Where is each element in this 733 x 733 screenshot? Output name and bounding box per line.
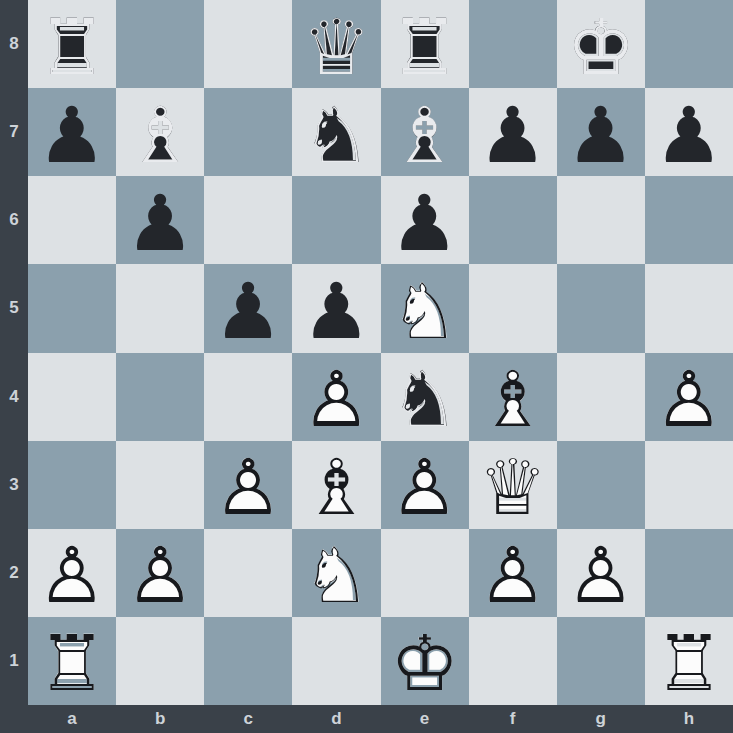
piece-glyph: ♛: [292, 3, 380, 91]
square-e7[interactable]: ♝♗: [381, 88, 469, 176]
square-b8[interactable]: [116, 0, 204, 88]
square-c4[interactable]: [204, 353, 292, 441]
square-f6[interactable]: [469, 176, 557, 264]
file-label-h: h: [645, 705, 733, 733]
square-c3[interactable]: ♟♙: [204, 441, 292, 529]
square-c7[interactable]: [204, 88, 292, 176]
piece-black-pawn: ♟: [469, 88, 557, 176]
piece-black-rook: ♜♖: [28, 0, 116, 88]
square-h5[interactable]: [645, 264, 733, 352]
piece-glyph: ♟: [116, 532, 204, 620]
file-labels: abcdefgh: [28, 705, 733, 733]
piece-glyph: ♟: [557, 91, 645, 179]
piece-outline: ♙: [28, 532, 116, 620]
piece-outline: ♗: [381, 91, 469, 179]
square-b3[interactable]: [116, 441, 204, 529]
piece-outline: ♙: [381, 444, 469, 532]
square-b4[interactable]: [116, 353, 204, 441]
piece-glyph: ♚: [381, 620, 469, 708]
piece-outline: ♘: [381, 356, 469, 444]
piece-glyph: ♟: [557, 532, 645, 620]
piece-glyph: ♚: [557, 3, 645, 91]
piece-white-pawn: ♟♙: [28, 529, 116, 617]
piece-glyph: ♟: [469, 532, 557, 620]
square-e2[interactable]: [381, 529, 469, 617]
piece-outline: ♕: [292, 3, 380, 91]
piece-outline: ♖: [645, 620, 733, 708]
square-h1[interactable]: ♜♖: [645, 617, 733, 705]
piece-glyph: ♟: [28, 91, 116, 179]
piece-glyph: ♟: [381, 444, 469, 532]
piece-glyph: ♟: [204, 444, 292, 532]
piece-outline: ♕: [469, 444, 557, 532]
piece-white-king: ♚♔: [381, 617, 469, 705]
square-a8[interactable]: ♜♖: [28, 0, 116, 88]
piece-glyph: ♝: [381, 91, 469, 179]
piece-outline: ♘: [292, 91, 380, 179]
piece-white-knight: ♞♘: [381, 264, 469, 352]
piece-white-pawn: ♟♙: [469, 529, 557, 617]
rank-label-5: 5: [0, 264, 28, 352]
square-f1[interactable]: [469, 617, 557, 705]
square-d4[interactable]: ♟♙: [292, 353, 380, 441]
piece-glyph: ♟: [381, 179, 469, 267]
square-e5[interactable]: ♞♘: [381, 264, 469, 352]
rank-labels: 87654321: [0, 0, 28, 705]
piece-glyph: ♜: [645, 620, 733, 708]
piece-glyph: ♛: [469, 444, 557, 532]
piece-outline: ♙: [292, 356, 380, 444]
piece-glyph: ♟: [292, 356, 380, 444]
square-e3[interactable]: ♟♙: [381, 441, 469, 529]
piece-glyph: ♝: [116, 91, 204, 179]
piece-white-pawn: ♟♙: [116, 529, 204, 617]
piece-outline: ♘: [292, 532, 380, 620]
square-d8[interactable]: ♛♕: [292, 0, 380, 88]
square-e1[interactable]: ♚♔: [381, 617, 469, 705]
piece-outline: ♗: [292, 444, 380, 532]
file-label-d: d: [292, 705, 380, 733]
file-label-a: a: [28, 705, 116, 733]
piece-glyph: ♞: [381, 267, 469, 355]
piece-outline: ♖: [28, 620, 116, 708]
piece-outline: ♗: [116, 91, 204, 179]
file-label-g: g: [557, 705, 645, 733]
piece-black-pawn: ♟: [381, 176, 469, 264]
square-d3[interactable]: ♝♗: [292, 441, 380, 529]
piece-black-king: ♚♔: [557, 0, 645, 88]
piece-glyph: ♟: [645, 91, 733, 179]
piece-white-knight: ♞♘: [292, 529, 380, 617]
square-h4[interactable]: ♟♙: [645, 353, 733, 441]
square-b7[interactable]: ♝♗: [116, 88, 204, 176]
piece-white-queen: ♛♕: [469, 441, 557, 529]
square-c8[interactable]: [204, 0, 292, 88]
square-g8[interactable]: ♚♔: [557, 0, 645, 88]
square-d1[interactable]: [292, 617, 380, 705]
piece-white-bishop: ♝♗: [469, 353, 557, 441]
file-label-e: e: [381, 705, 469, 733]
piece-black-bishop: ♝♗: [116, 88, 204, 176]
piece-outline: ♔: [381, 620, 469, 708]
piece-glyph: ♟: [645, 356, 733, 444]
piece-glyph: ♝: [469, 356, 557, 444]
square-g3[interactable]: [557, 441, 645, 529]
chess-diagram: 87654321 ♜♖♛♕♜♖♚♔♟♝♗♞♘♝♗♟♟♟♟♟♟♟♞♘♟♙♞♘♝♗♟…: [0, 0, 733, 733]
square-c5[interactable]: ♟: [204, 264, 292, 352]
square-g5[interactable]: [557, 264, 645, 352]
square-d7[interactable]: ♞♘: [292, 88, 380, 176]
square-a6[interactable]: [28, 176, 116, 264]
piece-outline: ♗: [469, 356, 557, 444]
piece-black-queen: ♛♕: [292, 0, 380, 88]
square-f3[interactable]: ♛♕: [469, 441, 557, 529]
piece-outline: ♙: [557, 532, 645, 620]
piece-white-bishop: ♝♗: [292, 441, 380, 529]
square-d6[interactable]: [292, 176, 380, 264]
rank-label-7: 7: [0, 88, 28, 176]
piece-glyph: ♟: [28, 532, 116, 620]
piece-outline: ♙: [116, 532, 204, 620]
square-g4[interactable]: [557, 353, 645, 441]
square-c1[interactable]: [204, 617, 292, 705]
piece-black-pawn: ♟: [557, 88, 645, 176]
piece-outline: ♖: [381, 3, 469, 91]
piece-white-pawn: ♟♙: [645, 353, 733, 441]
square-c2[interactable]: [204, 529, 292, 617]
square-g2[interactable]: ♟♙: [557, 529, 645, 617]
square-g7[interactable]: ♟: [557, 88, 645, 176]
rank-label-1: 1: [0, 617, 28, 705]
piece-white-rook: ♜♖: [645, 617, 733, 705]
square-h2[interactable]: [645, 529, 733, 617]
rank-label-4: 4: [0, 353, 28, 441]
piece-outline: ♔: [557, 3, 645, 91]
rank-label-8: 8: [0, 0, 28, 88]
file-label-b: b: [116, 705, 204, 733]
piece-outline: ♙: [469, 532, 557, 620]
piece-glyph: ♟: [116, 179, 204, 267]
square-f5[interactable]: [469, 264, 557, 352]
square-f7[interactable]: ♟: [469, 88, 557, 176]
piece-black-pawn: ♟: [645, 88, 733, 176]
piece-white-pawn: ♟♙: [292, 353, 380, 441]
chess-board: ♜♖♛♕♜♖♚♔♟♝♗♞♘♝♗♟♟♟♟♟♟♟♞♘♟♙♞♘♝♗♟♙♟♙♝♗♟♙♛♕…: [28, 0, 733, 705]
piece-black-knight: ♞♘: [381, 353, 469, 441]
piece-black-pawn: ♟: [204, 264, 292, 352]
piece-outline: ♙: [204, 444, 292, 532]
square-d2[interactable]: ♞♘: [292, 529, 380, 617]
square-f2[interactable]: ♟♙: [469, 529, 557, 617]
square-h3[interactable]: [645, 441, 733, 529]
piece-outline: ♖: [28, 3, 116, 91]
square-a5[interactable]: [28, 264, 116, 352]
piece-glyph: ♜: [28, 620, 116, 708]
piece-glyph: ♟: [469, 91, 557, 179]
square-a3[interactable]: [28, 441, 116, 529]
square-b2[interactable]: ♟♙: [116, 529, 204, 617]
piece-glyph: ♞: [292, 91, 380, 179]
piece-black-pawn: ♟: [292, 264, 380, 352]
square-g6[interactable]: [557, 176, 645, 264]
square-b6[interactable]: ♟: [116, 176, 204, 264]
piece-black-knight: ♞♘: [292, 88, 380, 176]
square-a7[interactable]: ♟: [28, 88, 116, 176]
square-g1[interactable]: [557, 617, 645, 705]
square-a1[interactable]: ♜♖: [28, 617, 116, 705]
piece-black-rook: ♜♖: [381, 0, 469, 88]
file-label-c: c: [204, 705, 292, 733]
square-f4[interactable]: ♝♗: [469, 353, 557, 441]
square-a4[interactable]: [28, 353, 116, 441]
piece-glyph: ♜: [28, 3, 116, 91]
piece-outline: ♘: [381, 267, 469, 355]
square-h7[interactable]: ♟: [645, 88, 733, 176]
square-e4[interactable]: ♞♘: [381, 353, 469, 441]
rank-label-6: 6: [0, 176, 28, 264]
file-label-f: f: [469, 705, 557, 733]
piece-glyph: ♟: [292, 267, 380, 355]
square-a2[interactable]: ♟♙: [28, 529, 116, 617]
rank-label-3: 3: [0, 441, 28, 529]
piece-white-pawn: ♟♙: [557, 529, 645, 617]
square-h6[interactable]: [645, 176, 733, 264]
square-b5[interactable]: [116, 264, 204, 352]
square-f8[interactable]: [469, 0, 557, 88]
piece-outline: ♙: [645, 356, 733, 444]
square-e8[interactable]: ♜♖: [381, 0, 469, 88]
square-b1[interactable]: [116, 617, 204, 705]
square-d5[interactable]: ♟: [292, 264, 380, 352]
piece-black-bishop: ♝♗: [381, 88, 469, 176]
square-h8[interactable]: [645, 0, 733, 88]
piece-black-pawn: ♟: [116, 176, 204, 264]
piece-glyph: ♝: [292, 444, 380, 532]
piece-white-pawn: ♟♙: [204, 441, 292, 529]
piece-glyph: ♜: [381, 3, 469, 91]
square-e6[interactable]: ♟: [381, 176, 469, 264]
piece-glyph: ♞: [292, 532, 380, 620]
piece-glyph: ♟: [204, 267, 292, 355]
piece-white-pawn: ♟♙: [381, 441, 469, 529]
piece-black-pawn: ♟: [28, 88, 116, 176]
square-c6[interactable]: [204, 176, 292, 264]
piece-glyph: ♞: [381, 356, 469, 444]
rank-label-2: 2: [0, 529, 28, 617]
piece-white-rook: ♜♖: [28, 617, 116, 705]
